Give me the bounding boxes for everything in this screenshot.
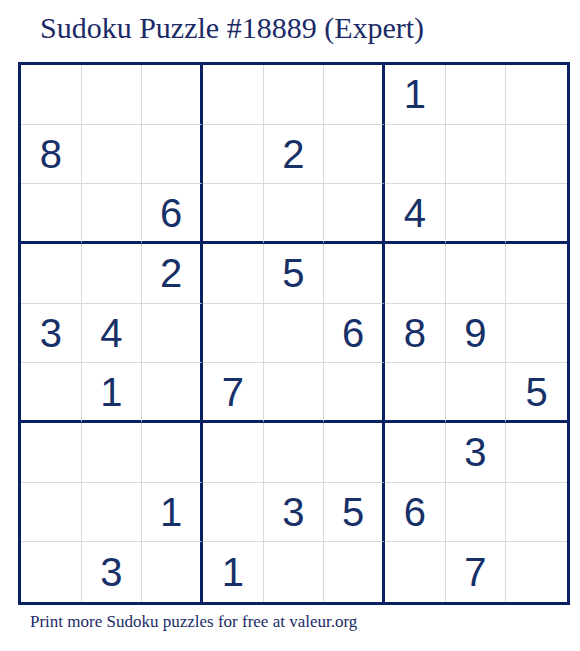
cell-r1c7[interactable]: 1 xyxy=(385,65,446,125)
cell-r5c2[interactable]: 4 xyxy=(82,304,143,364)
cell-r1c5[interactable] xyxy=(264,65,325,125)
cell-r3c7[interactable]: 4 xyxy=(385,184,446,244)
cell-r4c1[interactable] xyxy=(21,244,82,304)
sudoku-page: Sudoku Puzzle #18889 (Expert) 1826425346… xyxy=(0,0,580,651)
cell-r1c9[interactable] xyxy=(506,65,567,125)
cell-r3c3[interactable]: 6 xyxy=(142,184,203,244)
cell-r7c7[interactable] xyxy=(385,423,446,483)
cell-r7c1[interactable] xyxy=(21,423,82,483)
cell-r9c7[interactable] xyxy=(385,542,446,602)
cell-r9c4[interactable]: 1 xyxy=(203,542,264,602)
cell-r8c7[interactable]: 6 xyxy=(385,483,446,543)
cell-r3c8[interactable] xyxy=(446,184,507,244)
cell-r3c2[interactable] xyxy=(82,184,143,244)
cell-r8c2[interactable] xyxy=(82,483,143,543)
cell-r8c1[interactable] xyxy=(21,483,82,543)
cell-r4c5[interactable]: 5 xyxy=(264,244,325,304)
cell-r4c9[interactable] xyxy=(506,244,567,304)
cell-r1c1[interactable] xyxy=(21,65,82,125)
cell-r6c2[interactable]: 1 xyxy=(82,363,143,423)
cell-r9c5[interactable] xyxy=(264,542,325,602)
footer-text: Print more Sudoku puzzles for free at va… xyxy=(30,612,357,632)
cell-r7c3[interactable] xyxy=(142,423,203,483)
cell-r6c4[interactable]: 7 xyxy=(203,363,264,423)
cell-r2c3[interactable] xyxy=(142,125,203,185)
cell-r4c4[interactable] xyxy=(203,244,264,304)
cell-r5c5[interactable] xyxy=(264,304,325,364)
cell-r3c6[interactable] xyxy=(324,184,385,244)
cell-r8c4[interactable] xyxy=(203,483,264,543)
cell-r2c5[interactable]: 2 xyxy=(264,125,325,185)
cell-r2c2[interactable] xyxy=(82,125,143,185)
cell-r2c1[interactable]: 8 xyxy=(21,125,82,185)
cell-r9c3[interactable] xyxy=(142,542,203,602)
cell-r5c4[interactable] xyxy=(203,304,264,364)
cell-r5c6[interactable]: 6 xyxy=(324,304,385,364)
cell-r6c1[interactable] xyxy=(21,363,82,423)
cell-r8c9[interactable] xyxy=(506,483,567,543)
cell-r4c6[interactable] xyxy=(324,244,385,304)
cell-r8c3[interactable]: 1 xyxy=(142,483,203,543)
cell-r9c9[interactable] xyxy=(506,542,567,602)
sudoku-grid: 18264253468917531356317 xyxy=(18,62,570,605)
cell-r4c3[interactable]: 2 xyxy=(142,244,203,304)
cell-r1c3[interactable] xyxy=(142,65,203,125)
cell-r6c7[interactable] xyxy=(385,363,446,423)
cell-r1c8[interactable] xyxy=(446,65,507,125)
cell-r3c1[interactable] xyxy=(21,184,82,244)
cell-r6c9[interactable]: 5 xyxy=(506,363,567,423)
cell-r5c8[interactable]: 9 xyxy=(446,304,507,364)
cell-r6c6[interactable] xyxy=(324,363,385,423)
page-title: Sudoku Puzzle #18889 (Expert) xyxy=(40,11,424,45)
cell-r5c7[interactable]: 8 xyxy=(385,304,446,364)
cell-r7c5[interactable] xyxy=(264,423,325,483)
cell-r6c3[interactable] xyxy=(142,363,203,423)
cell-r1c6[interactable] xyxy=(324,65,385,125)
cell-r7c9[interactable] xyxy=(506,423,567,483)
cell-r5c1[interactable]: 3 xyxy=(21,304,82,364)
cell-r2c9[interactable] xyxy=(506,125,567,185)
cell-r3c5[interactable] xyxy=(264,184,325,244)
cell-r9c8[interactable]: 7 xyxy=(446,542,507,602)
cell-r6c5[interactable] xyxy=(264,363,325,423)
cell-r9c1[interactable] xyxy=(21,542,82,602)
cell-r8c8[interactable] xyxy=(446,483,507,543)
cell-r2c8[interactable] xyxy=(446,125,507,185)
cell-r7c2[interactable] xyxy=(82,423,143,483)
cell-r9c6[interactable] xyxy=(324,542,385,602)
cell-r3c9[interactable] xyxy=(506,184,567,244)
cell-r8c5[interactable]: 3 xyxy=(264,483,325,543)
cell-r1c2[interactable] xyxy=(82,65,143,125)
cell-r4c2[interactable] xyxy=(82,244,143,304)
cell-r7c4[interactable] xyxy=(203,423,264,483)
cell-r1c4[interactable] xyxy=(203,65,264,125)
cell-r6c8[interactable] xyxy=(446,363,507,423)
cell-r7c6[interactable] xyxy=(324,423,385,483)
cell-r5c9[interactable] xyxy=(506,304,567,364)
cell-r2c6[interactable] xyxy=(324,125,385,185)
cell-r5c3[interactable] xyxy=(142,304,203,364)
cell-r8c6[interactable]: 5 xyxy=(324,483,385,543)
cell-r2c7[interactable] xyxy=(385,125,446,185)
cell-r2c4[interactable] xyxy=(203,125,264,185)
cell-r9c2[interactable]: 3 xyxy=(82,542,143,602)
cell-r4c7[interactable] xyxy=(385,244,446,304)
cell-r3c4[interactable] xyxy=(203,184,264,244)
cell-r4c8[interactable] xyxy=(446,244,507,304)
cell-r7c8[interactable]: 3 xyxy=(446,423,507,483)
